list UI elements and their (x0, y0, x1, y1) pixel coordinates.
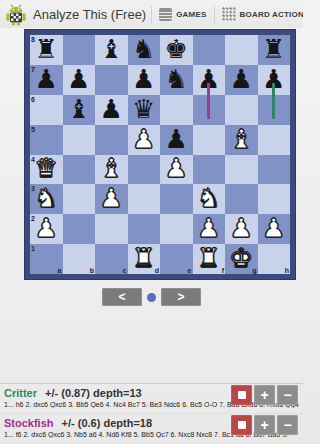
piece-black-pawn: ♟ (230, 66, 253, 92)
separator (151, 6, 152, 23)
square-c7[interactable] (95, 65, 128, 95)
piece-black-queen: ♛ (132, 96, 155, 122)
board-actions-button-label: BOARD ACTIONS (240, 10, 303, 19)
square-c1[interactable]: c (95, 244, 128, 274)
square-d4[interactable] (128, 155, 161, 185)
add-engine-button[interactable]: + (254, 385, 275, 405)
stop-engine-button[interactable] (231, 415, 252, 435)
square-h3[interactable] (258, 184, 291, 214)
square-g6[interactable] (225, 95, 258, 125)
page-indicator-dot (147, 293, 156, 302)
square-g7[interactable]: ♟ (225, 65, 258, 95)
file-label-c: c (123, 267, 127, 274)
rank-label-1: 1 (31, 245, 35, 252)
square-g4[interactable] (225, 155, 258, 185)
square-e4[interactable]: ♟ (160, 155, 193, 185)
piece-white-knight: ♞ (197, 185, 220, 211)
piece-black-pawn: ♟ (100, 96, 123, 122)
file-label-e: e (188, 267, 192, 274)
file-label-a: a (58, 267, 62, 274)
square-d3[interactable] (128, 184, 161, 214)
board-actions-button[interactable]: BOARD ACTIONS (220, 0, 303, 28)
square-d2[interactable] (128, 214, 161, 244)
piece-white-queen: ♛ (35, 155, 58, 181)
square-e7[interactable]: ♞ (160, 65, 193, 95)
engine-row-critter: Critter +/- (0.87) depth=13 1... h6 2. d… (0, 384, 303, 413)
file-label-d: d (155, 267, 159, 274)
piece-white-bishop: ♝ (230, 126, 253, 152)
square-a5[interactable]: 5 (30, 125, 63, 155)
piece-black-bishop: ♝ (100, 36, 123, 62)
square-g5[interactable]: ♝ (225, 125, 258, 155)
square-d1[interactable]: ♜d (128, 244, 161, 274)
square-b5[interactable] (63, 125, 96, 155)
piece-white-pawn: ♟ (132, 126, 155, 152)
piece-black-king: ♚ (165, 36, 188, 62)
square-f7[interactable]: ♟ (193, 65, 226, 95)
add-engine-button[interactable]: + (254, 415, 275, 435)
engine-controls: + − (231, 415, 298, 435)
engine-name: Critter (4, 387, 37, 399)
square-b1[interactable]: b (63, 244, 96, 274)
remove-engine-button[interactable]: − (277, 385, 298, 405)
chess-board-frame: ♜8♝♞♚♜♟7♟♟♞♟♟♟6♝♟♛5♟♟♝♛4♝♟♞3♟♞♟2♟♟♟1abc♜… (25, 30, 295, 279)
square-a6[interactable]: 6 (30, 95, 63, 125)
square-b8[interactable] (63, 35, 96, 65)
piece-white-king: ♚ (230, 245, 253, 271)
piece-black-pawn: ♟ (165, 126, 188, 152)
piece-white-pawn: ♟ (100, 185, 123, 211)
piece-white-pawn: ♟ (165, 155, 188, 181)
square-h6[interactable] (258, 95, 291, 125)
square-e6[interactable] (160, 95, 193, 125)
square-b2[interactable] (63, 214, 96, 244)
square-f1[interactable]: ♜f (193, 244, 226, 274)
square-c8[interactable]: ♝ (95, 35, 128, 65)
square-f8[interactable] (193, 35, 226, 65)
square-e3[interactable] (160, 184, 193, 214)
prev-move-button[interactable]: < (102, 288, 142, 306)
engine-name: Stockfish (4, 417, 54, 429)
piece-white-bishop: ♝ (100, 155, 123, 181)
next-move-button[interactable]: > (161, 288, 201, 306)
app-bar: Analyze This (Free) GAMES BOARD ACTIONS (0, 0, 303, 28)
rank-label-6: 6 (31, 96, 35, 103)
square-g3[interactable] (225, 184, 258, 214)
square-d5[interactable]: ♟ (128, 125, 161, 155)
piece-black-pawn: ♟ (197, 66, 220, 92)
square-h2[interactable]: ♟ (258, 214, 291, 244)
square-a2[interactable]: ♟2 (30, 214, 63, 244)
piece-white-knight: ♞ (35, 185, 58, 211)
square-e1[interactable]: e (160, 244, 193, 274)
square-e8[interactable]: ♚ (160, 35, 193, 65)
app-icon (5, 3, 27, 26)
square-a1[interactable]: 1a (30, 244, 63, 274)
square-d7[interactable]: ♟ (128, 65, 161, 95)
square-b6[interactable]: ♝ (63, 95, 96, 125)
piece-white-pawn: ♟ (197, 215, 220, 241)
square-h4[interactable] (258, 155, 291, 185)
square-f3[interactable]: ♞ (193, 184, 226, 214)
square-a8[interactable]: ♜8 (30, 35, 63, 65)
chess-board[interactable]: ♜8♝♞♚♜♟7♟♟♞♟♟♟6♝♟♛5♟♟♝♛4♝♟♞3♟♞♟2♟♟♟1abc♜… (30, 35, 290, 274)
piece-black-rook: ♜ (262, 36, 285, 62)
rank-label-8: 8 (31, 36, 35, 43)
square-b7[interactable]: ♟ (63, 65, 96, 95)
file-label-b: b (90, 267, 94, 274)
square-h7[interactable]: ♟ (258, 65, 291, 95)
separator (214, 6, 215, 23)
rank-label-3: 3 (31, 185, 35, 192)
games-list-icon (159, 8, 172, 21)
square-f6[interactable] (193, 95, 226, 125)
stop-engine-button[interactable] (231, 385, 252, 405)
square-c3[interactable]: ♟ (95, 184, 128, 214)
square-c2[interactable] (95, 214, 128, 244)
piece-white-pawn: ♟ (230, 215, 253, 241)
piece-white-rook: ♜ (132, 245, 155, 271)
rank-label-7: 7 (31, 66, 35, 73)
games-button-label: GAMES (176, 10, 206, 19)
stop-icon (238, 391, 246, 399)
engine-controls: + − (231, 385, 298, 405)
square-f5[interactable] (193, 125, 226, 155)
square-b4[interactable] (63, 155, 96, 185)
piece-black-pawn: ♟ (132, 66, 155, 92)
piece-black-pawn: ♟ (67, 66, 90, 92)
piece-black-bishop: ♝ (67, 96, 90, 122)
app-title: Analyze This (Free) (33, 7, 146, 22)
stop-icon (238, 421, 246, 429)
remove-engine-button[interactable]: − (277, 415, 298, 435)
square-c5[interactable] (95, 125, 128, 155)
square-h8[interactable]: ♜ (258, 35, 291, 65)
action-bar-items: GAMES BOARD ACTIONS (146, 0, 303, 28)
piece-black-knight: ♞ (132, 36, 155, 62)
square-c6[interactable]: ♟ (95, 95, 128, 125)
square-a4[interactable]: ♛4 (30, 155, 63, 185)
games-button[interactable]: GAMES (157, 0, 208, 28)
engine-row-stockfish: Stockfish +/- (0.6) depth=18 1... f6 2. … (0, 413, 303, 443)
piece-black-pawn: ♟ (262, 66, 285, 92)
board-actions-grid-icon (222, 7, 236, 21)
rank-label-5: 5 (31, 126, 35, 133)
square-g8[interactable] (225, 35, 258, 65)
square-g1[interactable]: ♚g (225, 244, 258, 274)
square-a3[interactable]: ♞3 (30, 184, 63, 214)
engine-eval: +/- (0.6) depth=18 (62, 417, 152, 429)
square-c4[interactable]: ♝ (95, 155, 128, 185)
rank-label-2: 2 (31, 215, 35, 222)
square-d6[interactable]: ♛ (128, 95, 161, 125)
piece-black-pawn: ♟ (35, 66, 58, 92)
rank-label-4: 4 (31, 156, 35, 163)
square-b3[interactable] (63, 184, 96, 214)
square-h5[interactable] (258, 125, 291, 155)
piece-black-knight: ♞ (165, 66, 188, 92)
piece-white-rook: ♜ (197, 245, 220, 271)
engine-eval: +/- (0.87) depth=13 (45, 387, 142, 399)
square-e5[interactable]: ♟ (160, 125, 193, 155)
square-e2[interactable] (160, 214, 193, 244)
piece-white-pawn: ♟ (35, 215, 58, 241)
file-label-f: f (222, 267, 224, 274)
square-d8[interactable]: ♞ (128, 35, 161, 65)
file-label-g: g (252, 267, 256, 274)
move-nav: < > (0, 288, 303, 306)
file-label-h: h (285, 267, 289, 274)
engine-panel: Critter +/- (0.87) depth=13 1... h6 2. d… (0, 383, 303, 443)
square-f2[interactable]: ♟ (193, 214, 226, 244)
square-f4[interactable] (193, 155, 226, 185)
square-a7[interactable]: ♟7 (30, 65, 63, 95)
square-h1[interactable]: h (258, 244, 291, 274)
piece-white-pawn: ♟ (262, 215, 285, 241)
piece-black-rook: ♜ (35, 36, 58, 62)
square-g2[interactable]: ♟ (225, 214, 258, 244)
